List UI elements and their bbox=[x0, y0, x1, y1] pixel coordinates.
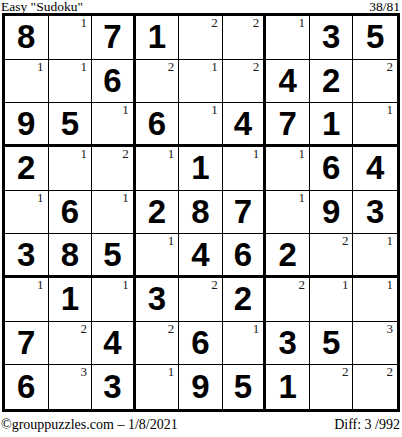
cell-r6c2[interactable]: 8 bbox=[49, 234, 93, 278]
cell-r8c1[interactable]: 7 bbox=[5, 322, 49, 366]
cell-r1c4[interactable]: 1 bbox=[136, 16, 180, 60]
cell-value: 1 bbox=[179, 147, 222, 190]
cell-value: 2 bbox=[266, 234, 309, 275]
cell-r5c6[interactable]: 7 bbox=[223, 191, 267, 235]
cell-value: 2 bbox=[223, 278, 264, 321]
cell-value: 6 bbox=[223, 234, 264, 275]
cell-r6c7[interactable]: 2 bbox=[266, 234, 310, 278]
cell-value: 1 bbox=[136, 16, 179, 59]
cell-value: 3 bbox=[136, 278, 179, 321]
cell-r4c5[interactable]: 1 bbox=[179, 147, 223, 191]
cell-r8c9[interactable]: 3 bbox=[353, 322, 397, 366]
cell-r4c4[interactable]: 1 bbox=[136, 147, 180, 191]
cell-value: 9 bbox=[5, 103, 48, 144]
pencil-mark: 1 bbox=[122, 191, 129, 205]
pencil-mark: 2 bbox=[387, 60, 394, 74]
cell-value: 3 bbox=[266, 322, 309, 365]
pencil-mark: 2 bbox=[81, 322, 88, 336]
cell-r1c9[interactable]: 5 bbox=[353, 16, 397, 60]
cell-r7c8[interactable]: 1 bbox=[310, 278, 354, 322]
cell-value: 4 bbox=[266, 60, 309, 103]
cell-r8c5[interactable]: 6 bbox=[179, 322, 223, 366]
cell-value: 5 bbox=[49, 103, 92, 144]
cell-value: 1 bbox=[49, 278, 92, 321]
cell-r9c3[interactable]: 3 bbox=[92, 365, 136, 409]
cell-r2c6[interactable]: 2 bbox=[223, 60, 267, 104]
cell-r2c2[interactable]: 1 bbox=[49, 60, 93, 104]
cell-r9c4[interactable]: 1 bbox=[136, 365, 180, 409]
cell-r8c2[interactable]: 2 bbox=[49, 322, 93, 366]
cell-r2c4[interactable]: 2 bbox=[136, 60, 180, 104]
pencil-mark: 2 bbox=[211, 278, 218, 292]
cell-value: 2 bbox=[310, 60, 353, 103]
cell-r9c6[interactable]: 5 bbox=[223, 365, 267, 409]
pencil-mark: 1 bbox=[387, 103, 394, 117]
pencil-mark: 2 bbox=[298, 278, 305, 292]
cell-r7c4[interactable]: 3 bbox=[136, 278, 180, 322]
cell-value: 7 bbox=[5, 322, 48, 365]
cell-r2c5[interactable]: 1 bbox=[179, 60, 223, 104]
cell-r3c6[interactable]: 4 bbox=[223, 103, 267, 147]
cell-r3c3[interactable]: 1 bbox=[92, 103, 136, 147]
cell-r7c6[interactable]: 2 bbox=[223, 278, 267, 322]
cell-value: 8 bbox=[49, 234, 92, 275]
cell-value: 8 bbox=[5, 16, 48, 59]
pencil-mark: 1 bbox=[168, 234, 175, 248]
cell-r9c9[interactable]: 2 bbox=[353, 365, 397, 409]
cell-r1c1[interactable]: 8 bbox=[5, 16, 49, 60]
pencil-mark: 1 bbox=[168, 365, 175, 379]
cell-r6c9[interactable]: 1 bbox=[353, 234, 397, 278]
pencil-mark: 2 bbox=[211, 16, 218, 30]
cell-value: 9 bbox=[310, 191, 353, 234]
cell-value: 1 bbox=[310, 103, 353, 144]
cell-r4c6[interactable]: 1 bbox=[223, 147, 267, 191]
cell-r3c5[interactable]: 1 bbox=[179, 103, 223, 147]
cell-value: 6 bbox=[136, 103, 179, 144]
sudoku-grid: 8171221351162124229516147112121111641612… bbox=[2, 13, 400, 412]
cell-value: 7 bbox=[223, 191, 264, 234]
cell-value: 4 bbox=[353, 147, 397, 190]
cell-r8c7[interactable]: 3 bbox=[266, 322, 310, 366]
cell-counter: 38/81 bbox=[369, 0, 400, 13]
pencil-mark: 1 bbox=[37, 191, 44, 205]
cell-r5c9[interactable]: 3 bbox=[353, 191, 397, 235]
pencil-mark: 2 bbox=[253, 60, 260, 74]
cell-r8c3[interactable]: 4 bbox=[92, 322, 136, 366]
cell-r8c8[interactable]: 5 bbox=[310, 322, 354, 366]
cell-r6c6[interactable]: 6 bbox=[223, 234, 267, 278]
cell-r1c3[interactable]: 7 bbox=[92, 16, 136, 60]
pencil-mark: 1 bbox=[342, 278, 349, 292]
pencil-mark: 1 bbox=[387, 234, 394, 248]
pencil-mark: 1 bbox=[298, 191, 305, 205]
cell-r5c1[interactable]: 1 bbox=[5, 191, 49, 235]
cell-value: 2 bbox=[136, 191, 179, 234]
cell-r3c7[interactable]: 7 bbox=[266, 103, 310, 147]
footer: ©grouppuzzles.com – 1/8/2021 Diff: 3 /99… bbox=[1, 416, 400, 436]
puzzle-page: Easy "Sudoku" 38/81 81712213511621242295… bbox=[0, 0, 402, 437]
cell-value: 6 bbox=[92, 60, 133, 103]
cell-r8c4[interactable]: 2 bbox=[136, 322, 180, 366]
pencil-mark: 1 bbox=[122, 103, 129, 117]
pencil-mark: 1 bbox=[253, 147, 260, 161]
cell-r5c2[interactable]: 6 bbox=[49, 191, 93, 235]
cell-r9c5[interactable]: 9 bbox=[179, 365, 223, 409]
cell-r6c8[interactable]: 2 bbox=[310, 234, 354, 278]
cell-r7c3[interactable]: 1 bbox=[92, 278, 136, 322]
pencil-mark: 2 bbox=[253, 16, 260, 30]
cell-r6c5[interactable]: 4 bbox=[179, 234, 223, 278]
pencil-mark: 1 bbox=[211, 60, 218, 74]
pencil-mark: 2 bbox=[122, 147, 129, 161]
cell-value: 4 bbox=[223, 103, 264, 144]
cell-r7c5[interactable]: 2 bbox=[179, 278, 223, 322]
pencil-mark: 1 bbox=[253, 322, 260, 336]
cell-r5c5[interactable]: 8 bbox=[179, 191, 223, 235]
cell-value: 3 bbox=[353, 191, 397, 234]
cell-value: 6 bbox=[310, 147, 353, 190]
pencil-mark: 1 bbox=[37, 60, 44, 74]
cell-r3c2[interactable]: 5 bbox=[49, 103, 93, 147]
cell-r6c3[interactable]: 5 bbox=[92, 234, 136, 278]
cell-value: 5 bbox=[223, 365, 264, 409]
cell-r7c7[interactable]: 2 bbox=[266, 278, 310, 322]
pencil-mark: 1 bbox=[81, 60, 88, 74]
pencil-mark: 1 bbox=[81, 147, 88, 161]
pencil-mark: 2 bbox=[342, 365, 349, 379]
cell-value: 3 bbox=[310, 16, 353, 59]
cell-r9c7[interactable]: 1 bbox=[266, 365, 310, 409]
cell-value: 3 bbox=[92, 365, 133, 409]
pencil-mark: 2 bbox=[387, 365, 394, 379]
cell-value: 6 bbox=[179, 322, 222, 365]
cell-r3c9[interactable]: 1 bbox=[353, 103, 397, 147]
cell-r1c2[interactable]: 1 bbox=[49, 16, 93, 60]
cell-r1c6[interactable]: 2 bbox=[223, 16, 267, 60]
cell-value: 5 bbox=[353, 16, 397, 59]
cell-r4c9[interactable]: 4 bbox=[353, 147, 397, 191]
cell-r2c9[interactable]: 2 bbox=[353, 60, 397, 104]
pencil-mark: 1 bbox=[122, 278, 129, 292]
cell-r1c8[interactable]: 3 bbox=[310, 16, 354, 60]
cell-r9c1[interactable]: 6 bbox=[5, 365, 49, 409]
pencil-mark: 3 bbox=[387, 322, 394, 336]
pencil-mark: 1 bbox=[81, 16, 88, 30]
cell-r4c2[interactable]: 1 bbox=[49, 147, 93, 191]
cell-r2c3[interactable]: 6 bbox=[92, 60, 136, 104]
cell-value: 4 bbox=[92, 322, 133, 365]
cell-r4c7[interactable]: 1 bbox=[266, 147, 310, 191]
cell-r8c6[interactable]: 1 bbox=[223, 322, 267, 366]
cell-value: 6 bbox=[5, 365, 48, 409]
page-title: Easy "Sudoku" bbox=[1, 0, 83, 13]
cell-r3c1[interactable]: 9 bbox=[5, 103, 49, 147]
pencil-mark: 1 bbox=[37, 278, 44, 292]
copyright-text: ©grouppuzzles.com – 1/8/2021 bbox=[1, 416, 178, 433]
cell-r2c7[interactable]: 4 bbox=[266, 60, 310, 104]
cell-value: 7 bbox=[266, 103, 309, 144]
cell-r4c8[interactable]: 6 bbox=[310, 147, 354, 191]
cell-r7c2[interactable]: 1 bbox=[49, 278, 93, 322]
cell-r5c4[interactable]: 2 bbox=[136, 191, 180, 235]
pencil-mark: 1 bbox=[211, 103, 218, 117]
cell-value: 3 bbox=[5, 234, 48, 275]
difficulty-label: Diff: 3 /992 bbox=[334, 416, 400, 433]
pencil-mark: 1 bbox=[168, 147, 175, 161]
cell-r6c4[interactable]: 1 bbox=[136, 234, 180, 278]
cell-r3c4[interactable]: 6 bbox=[136, 103, 180, 147]
cell-r7c9[interactable]: 1 bbox=[353, 278, 397, 322]
pencil-mark: 1 bbox=[387, 278, 394, 292]
cell-value: 6 bbox=[49, 191, 92, 234]
cell-r1c5[interactable]: 2 bbox=[179, 16, 223, 60]
cell-r9c2[interactable]: 3 bbox=[49, 365, 93, 409]
cell-value: 1 bbox=[266, 365, 309, 409]
cell-r7c1[interactable]: 1 bbox=[5, 278, 49, 322]
pencil-mark: 1 bbox=[298, 147, 305, 161]
cell-r9c8[interactable]: 2 bbox=[310, 365, 354, 409]
cell-value: 4 bbox=[179, 234, 222, 275]
cell-r3c8[interactable]: 1 bbox=[310, 103, 354, 147]
cell-value: 5 bbox=[92, 234, 133, 275]
cell-r4c3[interactable]: 2 bbox=[92, 147, 136, 191]
pencil-mark: 2 bbox=[342, 234, 349, 248]
cell-value: 5 bbox=[310, 322, 353, 365]
cell-r4c1[interactable]: 2 bbox=[5, 147, 49, 191]
cell-r1c7[interactable]: 1 bbox=[266, 16, 310, 60]
cell-r5c7[interactable]: 1 bbox=[266, 191, 310, 235]
cell-r5c3[interactable]: 1 bbox=[92, 191, 136, 235]
pencil-mark: 3 bbox=[81, 365, 88, 379]
cell-r2c1[interactable]: 1 bbox=[5, 60, 49, 104]
cell-value: 9 bbox=[179, 365, 222, 409]
cell-r5c8[interactable]: 9 bbox=[310, 191, 354, 235]
pencil-mark: 2 bbox=[168, 60, 175, 74]
header: Easy "Sudoku" 38/81 bbox=[1, 0, 400, 13]
cell-r2c8[interactable]: 2 bbox=[310, 60, 354, 104]
cell-value: 7 bbox=[92, 16, 133, 59]
cell-value: 2 bbox=[5, 147, 48, 190]
cell-r6c1[interactable]: 3 bbox=[5, 234, 49, 278]
pencil-mark: 2 bbox=[168, 322, 175, 336]
cell-value: 8 bbox=[179, 191, 222, 234]
pencil-mark: 1 bbox=[298, 16, 305, 30]
